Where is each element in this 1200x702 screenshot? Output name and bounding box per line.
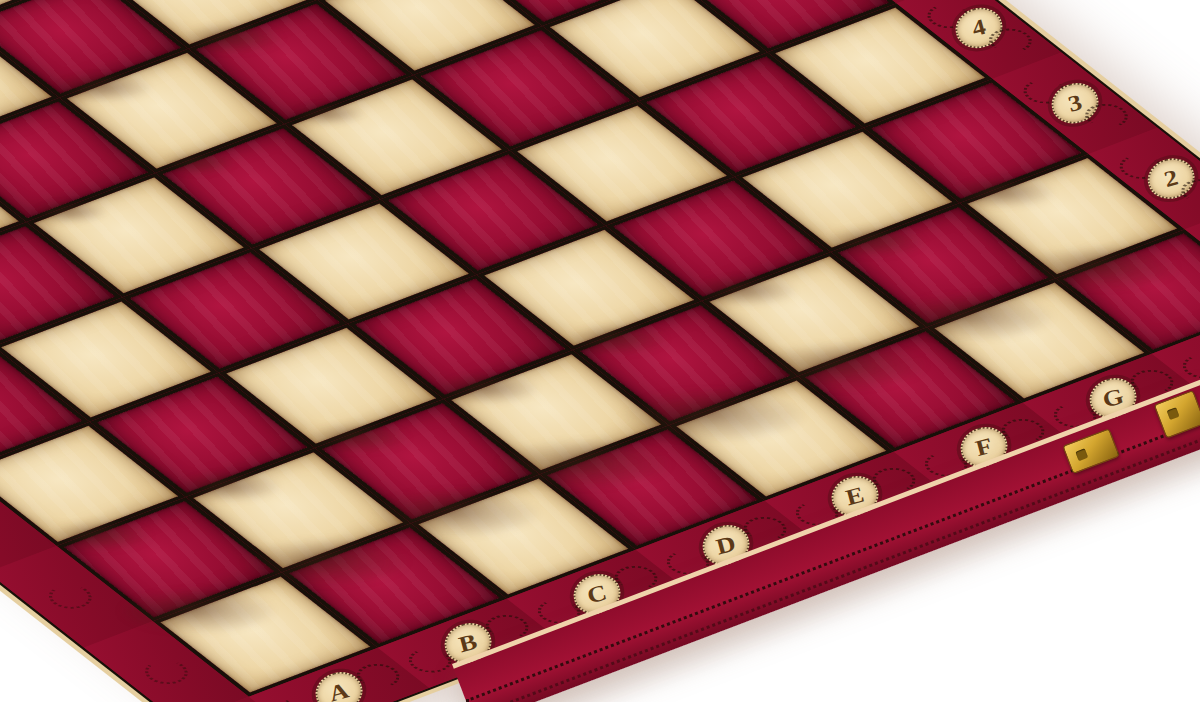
file-label: C	[585, 581, 609, 608]
file-label: G	[1100, 385, 1126, 412]
rank-label: 3	[1066, 91, 1085, 116]
scroll-ornament	[988, 27, 1033, 54]
file-label: D	[714, 532, 738, 559]
photo-stage: 87654321ABCDEFGH	[0, 0, 1200, 702]
file-label: F	[973, 434, 994, 460]
rank-label: 4	[970, 15, 989, 40]
chess-board: 87654321ABCDEFGH	[0, 0, 1200, 702]
scroll-ornament	[141, 659, 192, 686]
rank-label: 2	[1162, 166, 1181, 191]
file-label: B	[457, 630, 480, 656]
scroll-ornament	[45, 583, 96, 610]
brass-latch-edge	[1154, 390, 1200, 439]
scroll-ornament	[1182, 353, 1200, 380]
brass-latch	[1062, 428, 1119, 474]
file-label: A	[327, 679, 351, 702]
scroll-ornament	[356, 663, 401, 690]
file-label: E	[844, 483, 867, 509]
scroll-ornament	[1084, 103, 1129, 130]
